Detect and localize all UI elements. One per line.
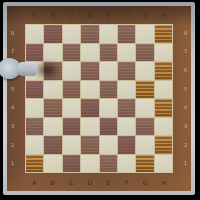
square-b7[interactable] <box>44 44 61 62</box>
square-h8[interactable] <box>155 25 172 43</box>
square-d8[interactable] <box>81 25 98 43</box>
square-g7[interactable] <box>136 44 153 62</box>
file-label-top-b: B <box>44 7 63 23</box>
square-e3[interactable] <box>100 118 117 136</box>
square-g6[interactable] <box>136 62 153 80</box>
file-label-top-f: F <box>118 7 137 23</box>
square-f1[interactable] <box>118 155 135 173</box>
square-g5[interactable] <box>136 81 153 99</box>
square-g8[interactable] <box>136 25 153 43</box>
rank-label-right-5: 5 <box>180 80 191 99</box>
square-c7[interactable] <box>63 44 80 62</box>
square-h3[interactable] <box>155 118 172 136</box>
square-b1[interactable] <box>44 155 61 173</box>
file-label-bottom-g: G <box>136 175 155 191</box>
file-label-top-e: E <box>99 7 118 23</box>
file-label-top-a: A <box>25 7 44 23</box>
square-g4[interactable] <box>136 99 153 117</box>
rank-labels-right: 87654321 <box>180 24 191 173</box>
square-d5[interactable] <box>81 81 98 99</box>
rank-label-right-1: 1 <box>180 154 191 173</box>
square-e5[interactable] <box>100 81 117 99</box>
rank-label-right-7: 7 <box>180 43 191 62</box>
board-frame: ABCDEFGH ABCDEFGH 87654321 87654321 <box>7 6 191 191</box>
square-d2[interactable] <box>81 136 98 154</box>
board-scene: ABCDEFGH ABCDEFGH 87654321 87654321 <box>0 0 200 200</box>
rank-label-left-2: 2 <box>7 136 18 155</box>
file-labels-bottom: ABCDEFGH <box>25 175 173 191</box>
square-c8[interactable] <box>63 25 80 43</box>
square-d1[interactable] <box>81 155 98 173</box>
file-label-bottom-h: H <box>155 175 174 191</box>
square-c6[interactable] <box>63 62 80 80</box>
file-label-top-c: C <box>62 7 81 23</box>
file-label-bottom-e: E <box>99 175 118 191</box>
square-f4[interactable] <box>118 99 135 117</box>
square-a4[interactable] <box>26 99 43 117</box>
square-c5[interactable] <box>63 81 80 99</box>
square-a8[interactable] <box>26 25 43 43</box>
square-b8[interactable] <box>44 25 61 43</box>
file-labels-top: ABCDEFGH <box>25 7 173 23</box>
rank-label-left-1: 1 <box>7 154 18 173</box>
rank-label-right-3: 3 <box>180 117 191 136</box>
rank-label-left-5: 5 <box>7 80 18 99</box>
file-label-top-h: H <box>155 7 174 23</box>
square-f2[interactable] <box>118 136 135 154</box>
square-f7[interactable] <box>118 44 135 62</box>
square-h1[interactable] <box>155 155 172 173</box>
square-a3[interactable] <box>26 118 43 136</box>
square-c2[interactable] <box>63 136 80 154</box>
chessboard-photo: ABCDEFGH ABCDEFGH 87654321 87654321 <box>0 0 200 200</box>
rank-label-left-4: 4 <box>7 99 18 118</box>
square-c4[interactable] <box>63 99 80 117</box>
board-field <box>25 24 173 173</box>
square-c3[interactable] <box>63 118 80 136</box>
square-h5[interactable] <box>155 81 172 99</box>
file-label-bottom-c: C <box>62 175 81 191</box>
square-b3[interactable] <box>44 118 61 136</box>
square-h2[interactable] <box>155 136 172 154</box>
square-g1[interactable] <box>136 155 153 173</box>
square-e6[interactable] <box>100 62 117 80</box>
square-a7[interactable] <box>26 44 43 62</box>
square-a1[interactable] <box>26 155 43 173</box>
file-label-bottom-f: F <box>118 175 137 191</box>
rank-labels-left: 87654321 <box>7 24 18 173</box>
file-label-bottom-a: A <box>25 175 44 191</box>
file-label-bottom-b: B <box>44 175 63 191</box>
square-f8[interactable] <box>118 25 135 43</box>
square-f6[interactable] <box>118 62 135 80</box>
board-edge: ABCDEFGH ABCDEFGH 87654321 87654321 <box>3 2 195 195</box>
square-g2[interactable] <box>136 136 153 154</box>
square-f5[interactable] <box>118 81 135 99</box>
square-f3[interactable] <box>118 118 135 136</box>
square-b2[interactable] <box>44 136 61 154</box>
square-h6[interactable] <box>155 62 172 80</box>
square-d4[interactable] <box>81 99 98 117</box>
rank-label-right-6: 6 <box>180 61 191 80</box>
square-h4[interactable] <box>155 99 172 117</box>
square-e7[interactable] <box>100 44 117 62</box>
square-a2[interactable] <box>26 136 43 154</box>
square-b4[interactable] <box>44 99 61 117</box>
square-c1[interactable] <box>63 155 80 173</box>
square-d7[interactable] <box>81 44 98 62</box>
square-d6[interactable] <box>81 62 98 80</box>
square-e8[interactable] <box>100 25 117 43</box>
rank-label-right-2: 2 <box>180 136 191 155</box>
rank-label-left-8: 8 <box>7 24 18 43</box>
rank-label-right-4: 4 <box>180 99 191 118</box>
file-label-bottom-d: D <box>81 175 100 191</box>
rank-label-right-8: 8 <box>180 24 191 43</box>
square-h7[interactable] <box>155 44 172 62</box>
square-e4[interactable] <box>100 99 117 117</box>
square-a5[interactable] <box>26 81 43 99</box>
rank-label-left-3: 3 <box>7 117 18 136</box>
latch-knob-stem <box>17 62 38 76</box>
square-b5[interactable] <box>44 81 61 99</box>
square-e2[interactable] <box>100 136 117 154</box>
square-e1[interactable] <box>100 155 117 173</box>
file-label-top-g: G <box>136 7 155 23</box>
file-label-top-d: D <box>81 7 100 23</box>
square-g3[interactable] <box>136 118 153 136</box>
square-d3[interactable] <box>81 118 98 136</box>
